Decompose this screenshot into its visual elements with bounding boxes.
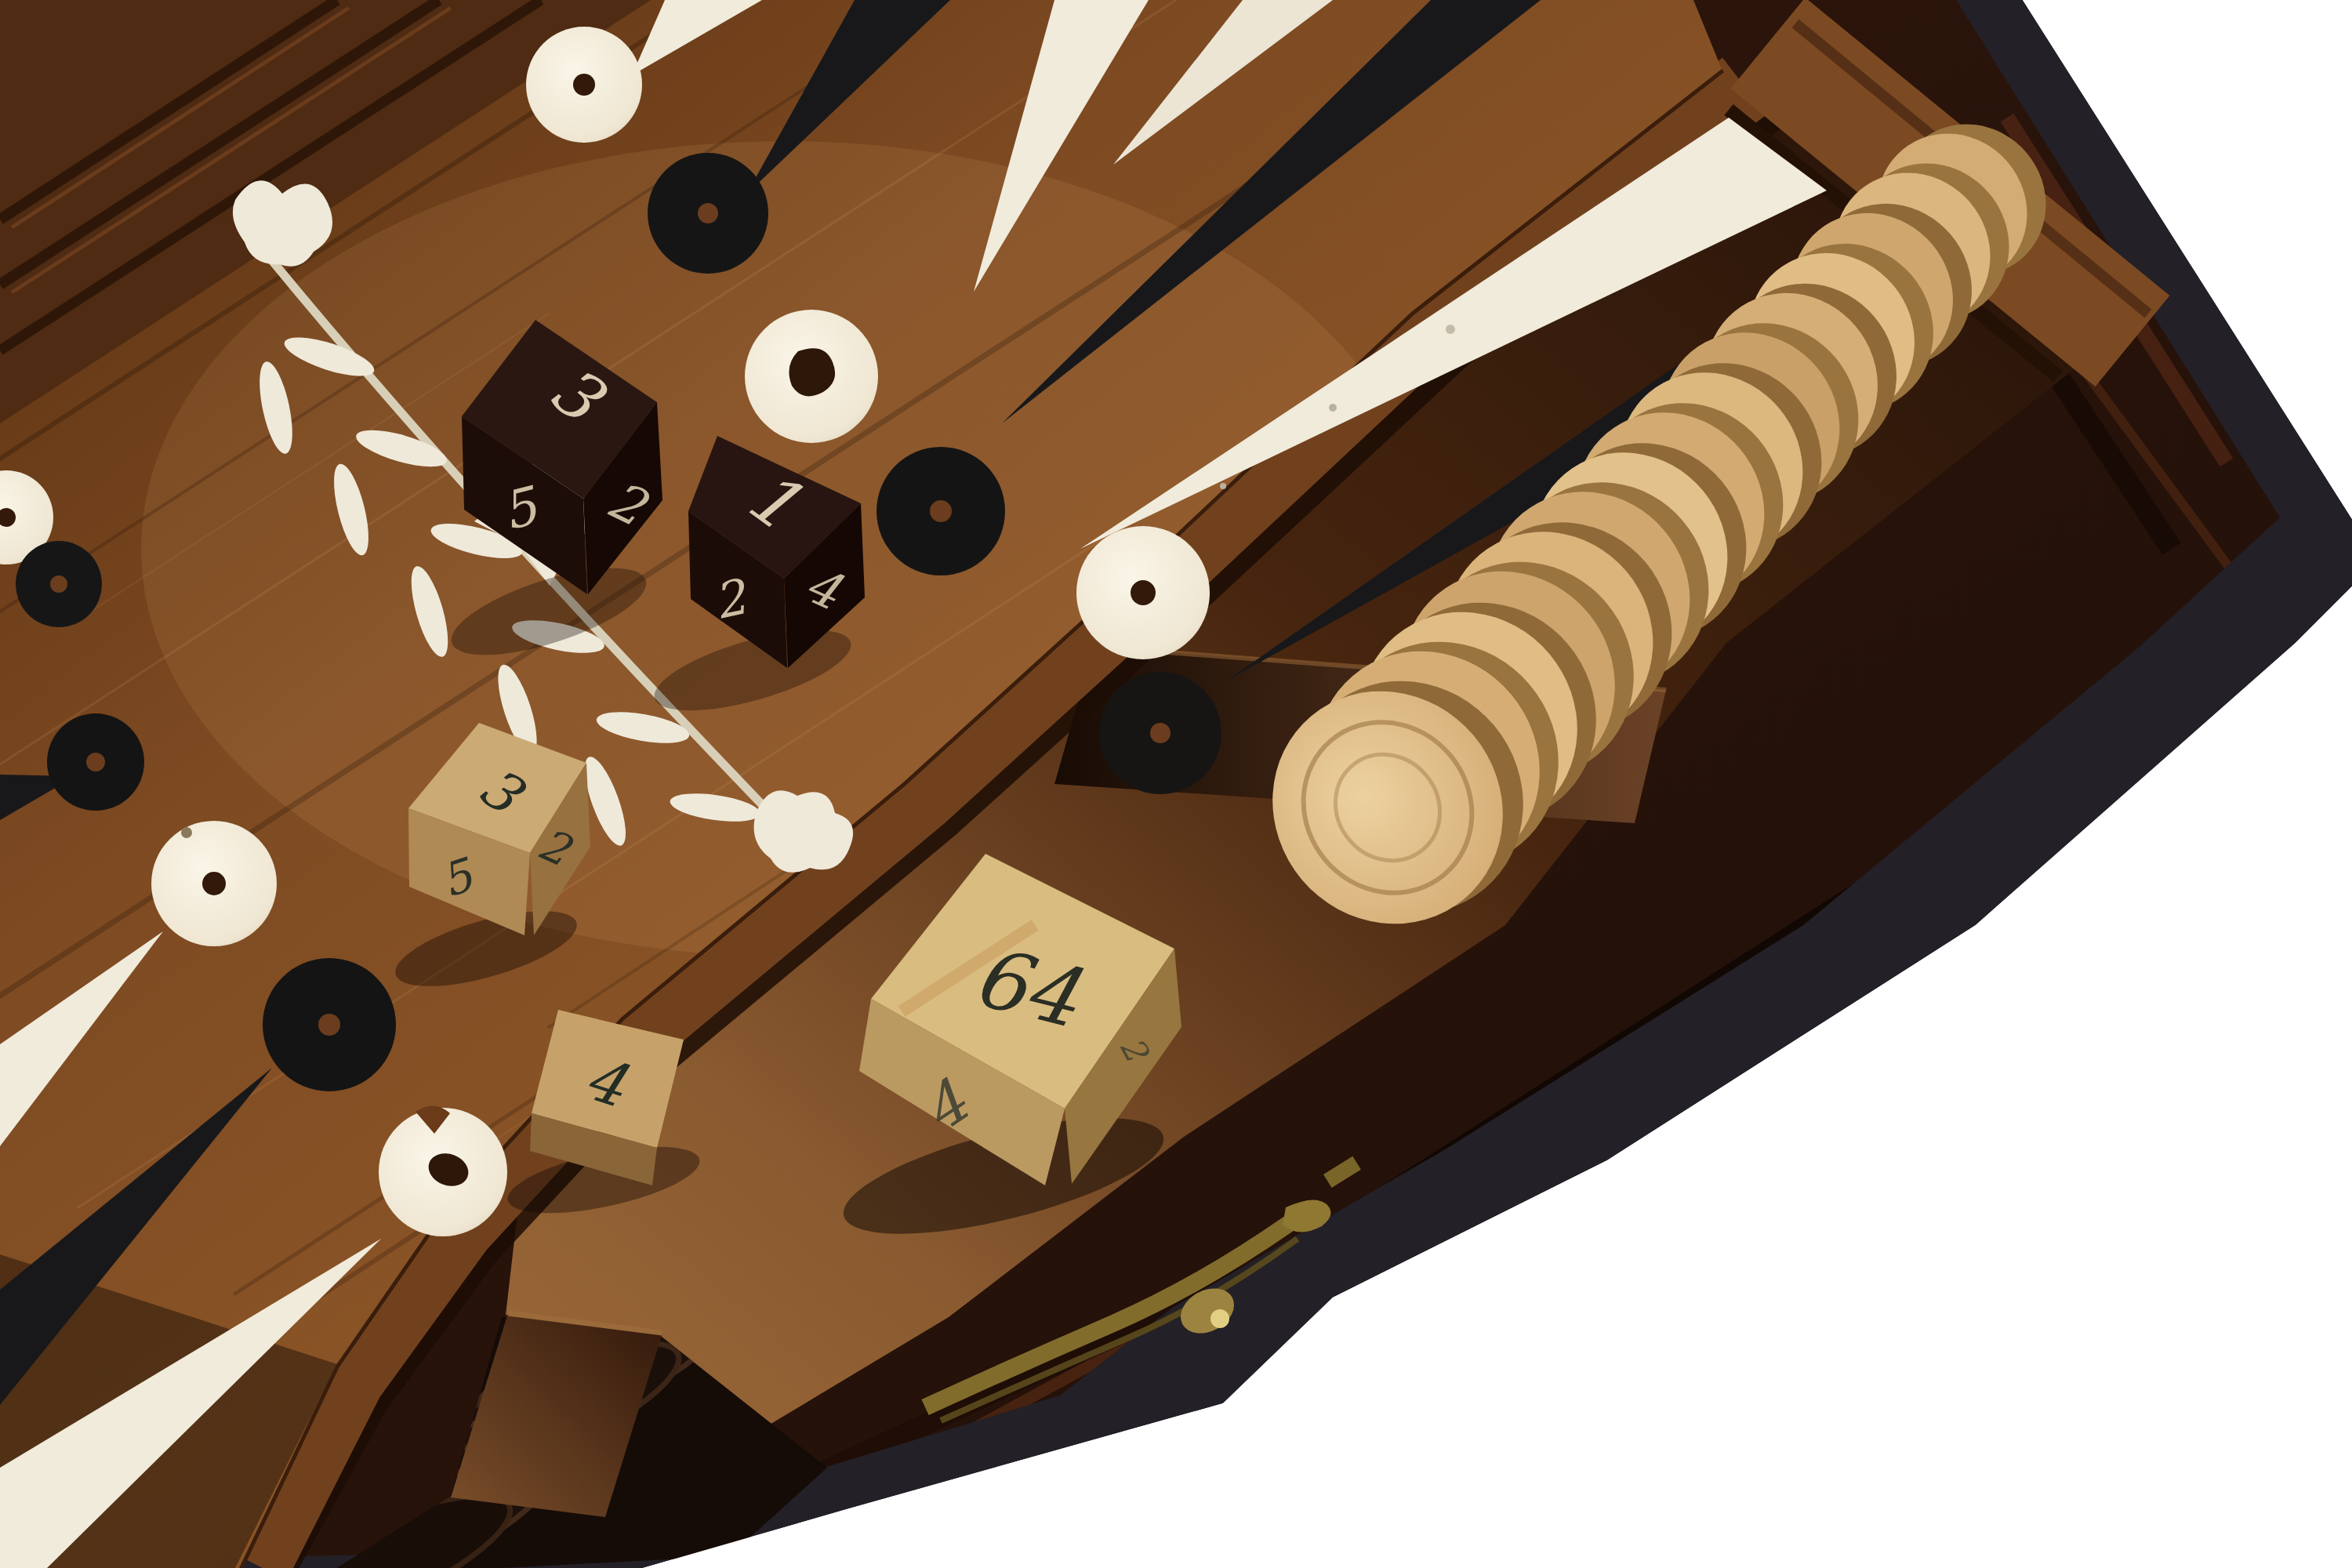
white-checker-ring — [151, 821, 277, 946]
dust-speck — [1220, 483, 1226, 489]
black-checker-ring — [877, 447, 1005, 575]
scene: 3 5 2 1 2 4 3 5 2 4 64 4 2 — [0, 0, 2352, 1568]
dust-speck — [1446, 325, 1455, 334]
black-checker-ring — [1099, 672, 1221, 794]
white-checker-ring — [526, 27, 642, 143]
backgammon-box-photo: 3 5 2 1 2 4 3 5 2 4 64 4 2 — [0, 0, 2352, 1568]
black-checker-ring — [263, 958, 396, 1091]
white-checker-ring — [745, 310, 878, 443]
black-checker-ring — [16, 541, 102, 627]
white-checker-ring — [1076, 526, 1210, 659]
brass-knob-highlight — [1210, 1309, 1229, 1328]
black-checker-ring — [47, 713, 144, 811]
black-checker-ring — [648, 153, 768, 274]
dust-speck — [1329, 404, 1337, 412]
